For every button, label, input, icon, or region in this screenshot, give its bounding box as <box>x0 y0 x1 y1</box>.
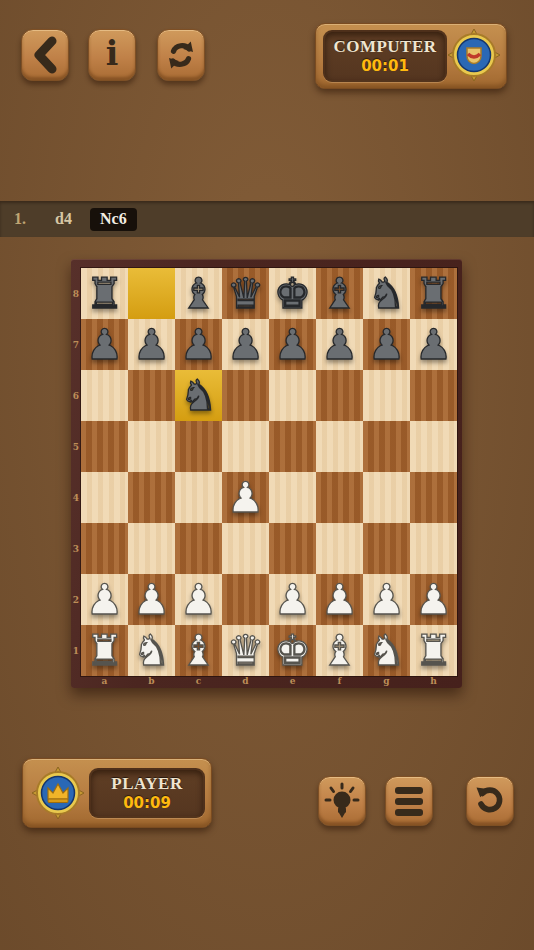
file-label-f: f <box>316 676 363 688</box>
square-d5[interactable] <box>222 421 269 472</box>
square-e3[interactable] <box>269 523 316 574</box>
rank-label-8: 8 <box>71 268 81 319</box>
piece-bk-e8: ♚ <box>274 273 312 315</box>
player-info-box: PLAYER 00:09 <box>89 768 205 818</box>
square-d7[interactable]: ♟ <box>222 319 269 370</box>
shield-badge-icon <box>447 68 501 85</box>
piece-bp-f7: ♟ <box>321 324 359 366</box>
piece-wk-e1: ♚ <box>274 630 312 672</box>
back-button[interactable] <box>21 29 69 81</box>
square-e8[interactable]: ♚ <box>269 268 316 319</box>
file-label-d: d <box>222 676 269 688</box>
undo-button[interactable] <box>466 776 514 826</box>
piece-bp-g7: ♟ <box>368 324 406 366</box>
flip-board-button[interactable] <box>157 29 205 81</box>
square-b5[interactable] <box>128 421 175 472</box>
piece-bp-e7: ♟ <box>274 324 312 366</box>
square-h5[interactable] <box>410 421 457 472</box>
piece-bq-d8: ♛ <box>227 273 265 315</box>
piece-bp-h7: ♟ <box>415 324 453 366</box>
piece-wr-h1: ♜ <box>415 630 453 672</box>
file-label-e: e <box>269 676 316 688</box>
square-e2[interactable]: ♟ <box>269 574 316 625</box>
piece-bp-b7: ♟ <box>133 324 171 366</box>
piece-wp-e2: ♟ <box>274 579 312 621</box>
square-c8[interactable]: ♝ <box>175 268 222 319</box>
square-c7[interactable]: ♟ <box>175 319 222 370</box>
undo-arrow-icon <box>472 783 508 819</box>
move-number: 1. <box>14 210 26 228</box>
square-c3[interactable] <box>175 523 222 574</box>
square-h4[interactable] <box>410 472 457 523</box>
piece-bn-c6: ♞ <box>180 375 218 417</box>
square-d3[interactable] <box>222 523 269 574</box>
file-label-c: c <box>175 676 222 688</box>
move-black-nc6-active[interactable]: Nc6 <box>90 208 137 231</box>
square-d4[interactable]: ♟ <box>222 472 269 523</box>
piece-wp-b2: ♟ <box>133 579 171 621</box>
piece-bp-d7: ♟ <box>227 324 265 366</box>
opponent-info-box: COMPUTER 00:01 <box>323 30 447 82</box>
square-b6[interactable] <box>128 370 175 421</box>
hint-button[interactable] <box>318 776 366 826</box>
crown-badge-icon <box>31 806 85 823</box>
piece-bp-c7: ♟ <box>180 324 218 366</box>
piece-bn-g8: ♞ <box>368 273 406 315</box>
square-e1[interactable]: ♚ <box>269 625 316 676</box>
piece-wq-d1: ♛ <box>227 630 265 672</box>
square-d2[interactable] <box>222 574 269 625</box>
square-b2[interactable]: ♟ <box>128 574 175 625</box>
square-b4[interactable] <box>128 472 175 523</box>
piece-br-a8: ♜ <box>86 273 124 315</box>
file-label-a: a <box>81 676 128 688</box>
square-d8[interactable]: ♛ <box>222 268 269 319</box>
info-button[interactable]: i <box>88 29 136 81</box>
piece-wp-f2: ♟ <box>321 579 359 621</box>
square-f1[interactable]: ♝ <box>316 625 363 676</box>
rank-label-7: 7 <box>71 319 81 370</box>
flip-arrows-icon <box>163 37 199 73</box>
file-label-b: b <box>128 676 175 688</box>
rank-label-1: 1 <box>71 625 81 676</box>
piece-wp-g2: ♟ <box>368 579 406 621</box>
piece-bp-a7: ♟ <box>86 324 124 366</box>
file-label-g: g <box>363 676 410 688</box>
chess-app: i COMPUTER 00:01 <box>0 0 534 950</box>
square-g4[interactable] <box>363 472 410 523</box>
rank-label-2: 2 <box>71 574 81 625</box>
square-h8[interactable]: ♜ <box>410 268 457 319</box>
opponent-panel: COMPUTER 00:01 <box>315 23 507 89</box>
square-a4[interactable] <box>81 472 128 523</box>
square-g8[interactable]: ♞ <box>363 268 410 319</box>
piece-wb-c1: ♝ <box>180 630 218 672</box>
square-b1[interactable]: ♞ <box>128 625 175 676</box>
move-list-bar: 1. d4 Nc6 <box>0 201 534 237</box>
square-h3[interactable] <box>410 523 457 574</box>
player-avatar <box>31 766 85 820</box>
square-h7[interactable]: ♟ <box>410 319 457 370</box>
menu-button[interactable] <box>385 776 433 826</box>
piece-wb-f1: ♝ <box>321 630 359 672</box>
board-squares: ♜♝♛♚♝♞♜♟♟♟♟♟♟♟♟♞♟♟♟♟♟♟♟♟♜♞♝♛♚♝♞♜ <box>81 268 457 676</box>
opponent-avatar <box>447 28 501 82</box>
lightbulb-icon <box>323 781 361 821</box>
piece-wp-a2: ♟ <box>86 579 124 621</box>
player-clock: 00:09 <box>123 794 171 812</box>
square-g3[interactable] <box>363 523 410 574</box>
square-a6[interactable] <box>81 370 128 421</box>
square-g7[interactable]: ♟ <box>363 319 410 370</box>
square-f2[interactable]: ♟ <box>316 574 363 625</box>
square-b3[interactable] <box>128 523 175 574</box>
piece-wp-h2: ♟ <box>415 579 453 621</box>
hamburger-icon <box>395 787 423 816</box>
square-b7[interactable]: ♟ <box>128 319 175 370</box>
square-e5[interactable] <box>269 421 316 472</box>
rank-labels: 87654321 <box>71 268 81 676</box>
player-panel: PLAYER 00:09 <box>22 758 212 828</box>
rank-label-5: 5 <box>71 421 81 472</box>
rank-label-6: 6 <box>71 370 81 421</box>
info-icon: i <box>106 37 119 70</box>
square-c2[interactable]: ♟ <box>175 574 222 625</box>
piece-wp-c2: ♟ <box>180 579 218 621</box>
move-white-d4[interactable]: d4 <box>55 210 72 228</box>
piece-br-h8: ♜ <box>415 273 453 315</box>
square-a2[interactable]: ♟ <box>81 574 128 625</box>
square-c6[interactable]: ♞ <box>175 370 222 421</box>
rank-label-4: 4 <box>71 472 81 523</box>
square-g6[interactable] <box>363 370 410 421</box>
piece-bb-f8: ♝ <box>321 273 359 315</box>
piece-wn-g1: ♞ <box>368 630 406 672</box>
player-name: PLAYER <box>111 774 182 794</box>
square-f8[interactable]: ♝ <box>316 268 363 319</box>
square-a8[interactable]: ♜ <box>81 268 128 319</box>
square-e7[interactable]: ♟ <box>269 319 316 370</box>
square-f4[interactable] <box>316 472 363 523</box>
piece-wp-d4: ♟ <box>227 477 265 519</box>
square-h1[interactable]: ♜ <box>410 625 457 676</box>
rank-label-3: 3 <box>71 523 81 574</box>
square-c5[interactable] <box>175 421 222 472</box>
square-a5[interactable] <box>81 421 128 472</box>
square-c1[interactable]: ♝ <box>175 625 222 676</box>
back-chevron-icon <box>28 35 62 75</box>
opponent-name: COMPUTER <box>333 37 436 57</box>
square-b8[interactable] <box>128 268 175 319</box>
square-h6[interactable] <box>410 370 457 421</box>
square-d6[interactable] <box>222 370 269 421</box>
square-f6[interactable] <box>316 370 363 421</box>
square-a3[interactable] <box>81 523 128 574</box>
square-f5[interactable] <box>316 421 363 472</box>
square-f3[interactable] <box>316 523 363 574</box>
chess-board: 87654321 ♜♝♛♚♝♞♜♟♟♟♟♟♟♟♟♞♟♟♟♟♟♟♟♟♜♞♝♛♚♝♞… <box>71 259 462 688</box>
square-a7[interactable]: ♟ <box>81 319 128 370</box>
file-label-h: h <box>410 676 457 688</box>
square-f7[interactable]: ♟ <box>316 319 363 370</box>
file-labels: abcdefgh <box>81 676 457 688</box>
opponent-clock: 00:01 <box>361 57 409 75</box>
square-g2[interactable]: ♟ <box>363 574 410 625</box>
square-d1[interactable]: ♛ <box>222 625 269 676</box>
square-e6[interactable] <box>269 370 316 421</box>
piece-bb-c8: ♝ <box>180 273 218 315</box>
piece-wn-b1: ♞ <box>133 630 171 672</box>
square-g1[interactable]: ♞ <box>363 625 410 676</box>
square-a1[interactable]: ♜ <box>81 625 128 676</box>
piece-wr-a1: ♜ <box>86 630 124 672</box>
square-c4[interactable] <box>175 472 222 523</box>
square-g5[interactable] <box>363 421 410 472</box>
square-e4[interactable] <box>269 472 316 523</box>
square-h2[interactable]: ♟ <box>410 574 457 625</box>
